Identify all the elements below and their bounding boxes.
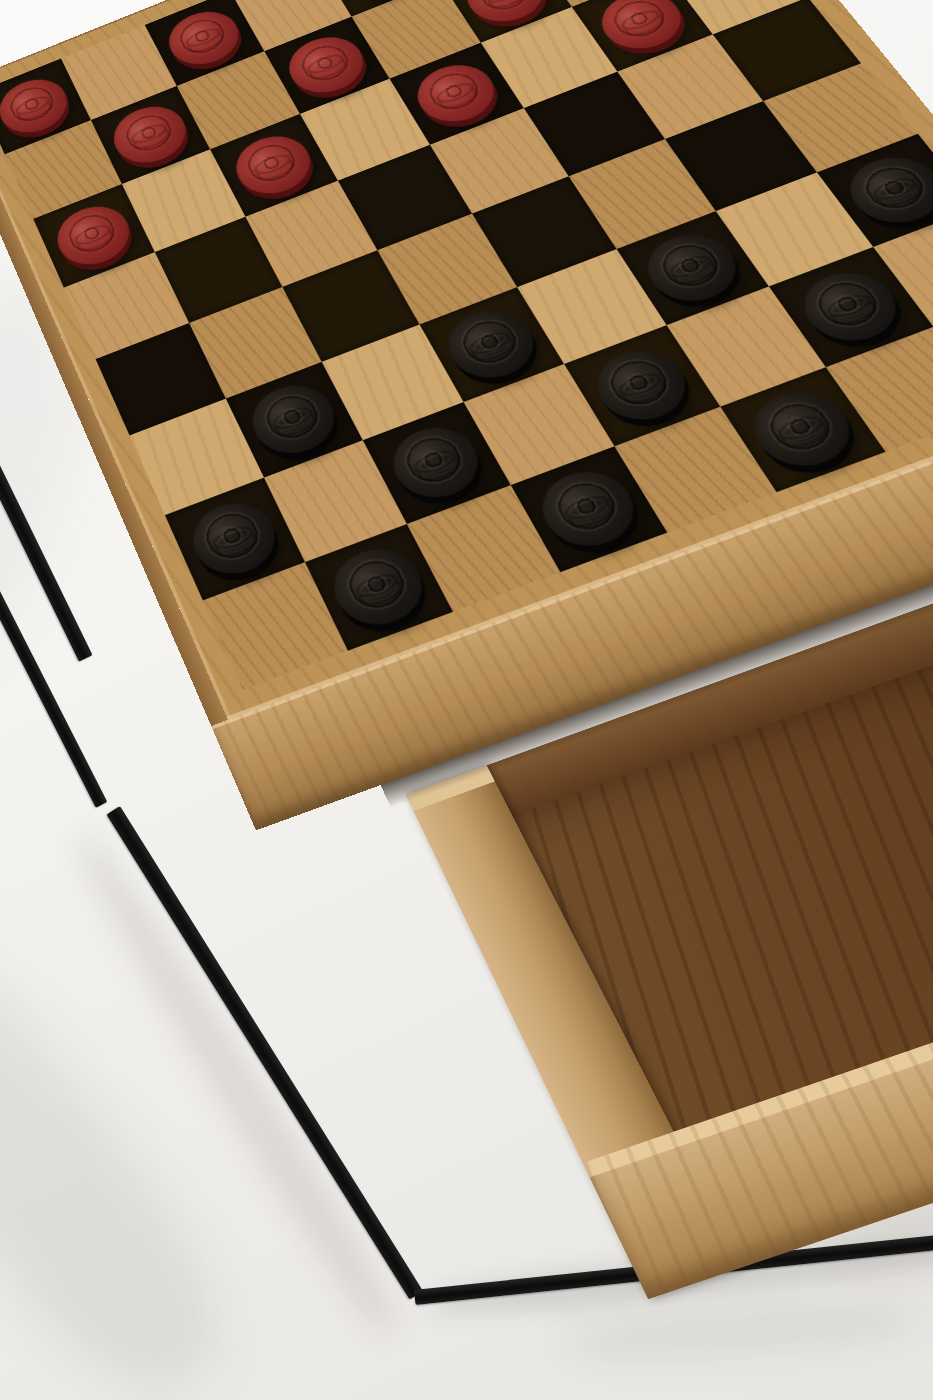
black-checker-glyph: ⛂	[201, 508, 266, 569]
floor-shadow	[0, 880, 265, 1400]
piece-black-a7[interactable]: ⛂	[181, 492, 287, 585]
black-checker-glyph: ⛂	[762, 398, 840, 461]
red-checker-glyph: ⛀	[176, 15, 231, 62]
red-checker-glyph: ⛀	[297, 41, 356, 89]
piece-black-b8[interactable]: ⛂	[321, 538, 434, 635]
black-checker-glyph: ⛂	[655, 239, 727, 296]
piece-black-f6[interactable]: ⛂	[634, 224, 750, 311]
black-checker-glyph: ⛂	[401, 432, 470, 492]
piece-black-c7[interactable]: ⛂	[380, 417, 492, 509]
black-checker-glyph: ⛂	[551, 477, 625, 540]
piece-black-b6[interactable]: ⛂	[241, 375, 346, 463]
floor-shadow	[560, 1295, 922, 1366]
game-table: ⛀⛀⛀⛀⛀⛀⛀⛀⛀⛀⛀⛀⛂⛂⛂⛂⛂⛂⛂⛂⛂⛂⛂⛂	[0, 0, 933, 720]
red-checker-glyph: ⛀	[608, 0, 674, 45]
red-checker-glyph: ⛀	[424, 68, 486, 118]
piece-black-e7[interactable]: ⛂	[582, 340, 700, 432]
piece-black-d8[interactable]: ⛂	[528, 461, 648, 557]
piece-black-d6[interactable]: ⛂	[436, 300, 546, 388]
black-checker-glyph: ⛂	[604, 355, 677, 415]
floor-shadow	[64, 828, 407, 1342]
black-checker-glyph: ⛂	[811, 277, 888, 336]
black-checker-glyph: ⛂	[343, 555, 412, 619]
black-checker-glyph: ⛂	[457, 315, 525, 373]
red-checker-glyph: ⛀	[7, 82, 59, 129]
black-checker-glyph: ⛂	[858, 162, 933, 218]
red-checker-glyph: ⛀	[243, 139, 302, 190]
red-checker-glyph: ⛀	[65, 210, 121, 261]
red-checker-glyph: ⛀	[474, 0, 536, 18]
metal-frame-base-left	[106, 806, 423, 1300]
black-checker-glyph: ⛂	[261, 390, 325, 448]
red-checker-glyph: ⛀	[122, 110, 178, 159]
studio-scene: ⛀⛀⛀⛀⛀⛀⛀⛀⛀⛀⛀⛀⛂⛂⛂⛂⛂⛂⛂⛂⛂⛂⛂⛂	[0, 0, 933, 1400]
